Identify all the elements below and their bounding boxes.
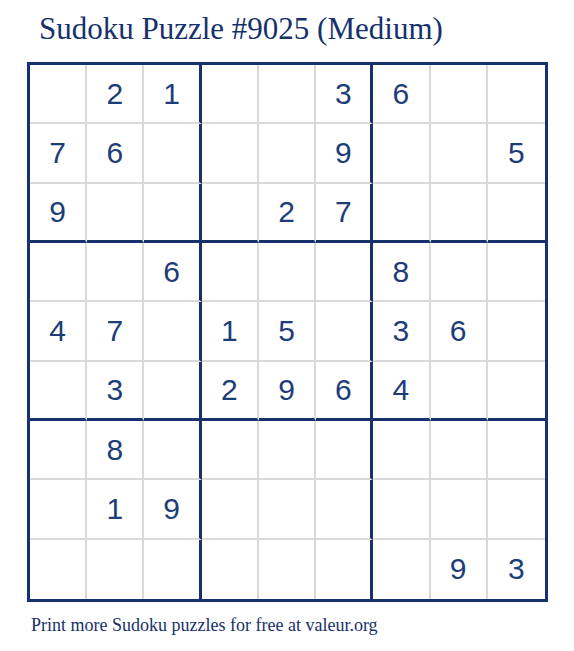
given-digit: 8 <box>393 255 410 289</box>
cell-r4c5[interactable] <box>259 243 316 302</box>
cell-r2c8[interactable] <box>431 124 488 183</box>
cell-r4c4[interactable] <box>202 243 259 302</box>
given-digit: 6 <box>106 136 123 170</box>
cell-r3c7[interactable] <box>373 184 430 243</box>
cell-r9c3[interactable] <box>144 540 201 599</box>
cell-r5c7[interactable]: 3 <box>373 302 430 361</box>
cell-r8c2[interactable]: 1 <box>87 480 144 539</box>
given-digit: 3 <box>393 314 410 348</box>
cell-r8c5[interactable] <box>259 480 316 539</box>
cell-r3c4[interactable] <box>202 184 259 243</box>
cell-r3c8[interactable] <box>431 184 488 243</box>
cell-r6c6[interactable]: 6 <box>316 362 373 421</box>
cell-r3c2[interactable] <box>87 184 144 243</box>
cell-r7c1[interactable] <box>30 421 87 480</box>
sudoku-grid: 21367695927684715363296481993 <box>27 62 548 602</box>
given-digit: 3 <box>335 77 352 111</box>
cell-r1c6[interactable]: 3 <box>316 65 373 124</box>
cell-r2c5[interactable] <box>259 124 316 183</box>
cell-r8c1[interactable] <box>30 480 87 539</box>
given-digit: 6 <box>335 373 352 407</box>
given-digit: 3 <box>508 552 525 586</box>
cell-r1c5[interactable] <box>259 65 316 124</box>
cell-r4c3[interactable]: 6 <box>144 243 201 302</box>
cell-r6c9[interactable] <box>488 362 545 421</box>
given-digit: 9 <box>335 136 352 170</box>
cell-r4c9[interactable] <box>488 243 545 302</box>
cell-r6c5[interactable]: 9 <box>259 362 316 421</box>
cell-r3c1[interactable]: 9 <box>30 184 87 243</box>
given-digit: 1 <box>163 77 180 111</box>
given-digit: 1 <box>221 314 238 348</box>
cell-r9c1[interactable] <box>30 540 87 599</box>
cell-r1c1[interactable] <box>30 65 87 124</box>
cell-r1c2[interactable]: 2 <box>87 65 144 124</box>
cell-r7c9[interactable] <box>488 421 545 480</box>
cell-r6c1[interactable] <box>30 362 87 421</box>
cell-r9c6[interactable] <box>316 540 373 599</box>
cell-r1c9[interactable] <box>488 65 545 124</box>
cell-r5c5[interactable]: 5 <box>259 302 316 361</box>
cell-r8c3[interactable]: 9 <box>144 480 201 539</box>
given-digit: 2 <box>278 195 295 229</box>
cell-r3c9[interactable] <box>488 184 545 243</box>
cell-r6c7[interactable]: 4 <box>373 362 430 421</box>
cell-r1c8[interactable] <box>431 65 488 124</box>
page-title: Sudoku Puzzle #9025 (Medium) <box>39 11 443 47</box>
cell-r4c6[interactable] <box>316 243 373 302</box>
cell-r2c7[interactable] <box>373 124 430 183</box>
cell-r1c7[interactable]: 6 <box>373 65 430 124</box>
cell-r5c9[interactable] <box>488 302 545 361</box>
cell-r9c7[interactable] <box>373 540 430 599</box>
cell-r6c3[interactable] <box>144 362 201 421</box>
cell-r8c9[interactable] <box>488 480 545 539</box>
cell-r8c6[interactable] <box>316 480 373 539</box>
given-digit: 4 <box>393 373 410 407</box>
cell-r9c5[interactable] <box>259 540 316 599</box>
cell-r5c4[interactable]: 1 <box>202 302 259 361</box>
cell-r4c7[interactable]: 8 <box>373 243 430 302</box>
cell-r2c6[interactable]: 9 <box>316 124 373 183</box>
cell-r2c2[interactable]: 6 <box>87 124 144 183</box>
cell-r3c6[interactable]: 7 <box>316 184 373 243</box>
given-digit: 2 <box>221 373 238 407</box>
cell-r9c9[interactable]: 3 <box>488 540 545 599</box>
cell-r2c9[interactable]: 5 <box>488 124 545 183</box>
cell-r5c8[interactable]: 6 <box>431 302 488 361</box>
cell-r5c3[interactable] <box>144 302 201 361</box>
cell-r4c2[interactable] <box>87 243 144 302</box>
cell-r2c3[interactable] <box>144 124 201 183</box>
cell-r3c3[interactable] <box>144 184 201 243</box>
given-digit: 5 <box>508 136 525 170</box>
given-digit: 7 <box>49 136 66 170</box>
cell-r6c2[interactable]: 3 <box>87 362 144 421</box>
cell-r5c1[interactable]: 4 <box>30 302 87 361</box>
cell-r1c4[interactable] <box>202 65 259 124</box>
given-digit: 7 <box>106 314 123 348</box>
given-digit: 6 <box>450 314 467 348</box>
given-digit: 4 <box>49 314 66 348</box>
given-digit: 2 <box>106 77 123 111</box>
given-digit: 9 <box>163 492 180 526</box>
cell-r5c6[interactable] <box>316 302 373 361</box>
footer-text: Print more Sudoku puzzles for free at va… <box>31 615 378 636</box>
cell-r9c4[interactable] <box>202 540 259 599</box>
cell-r8c7[interactable] <box>373 480 430 539</box>
cell-r7c7[interactable] <box>373 421 430 480</box>
cell-r7c4[interactable] <box>202 421 259 480</box>
cell-r9c2[interactable] <box>87 540 144 599</box>
cell-r9c8[interactable]: 9 <box>431 540 488 599</box>
cell-r2c1[interactable]: 7 <box>30 124 87 183</box>
given-digit: 6 <box>163 255 180 289</box>
cell-r6c8[interactable] <box>431 362 488 421</box>
cell-r4c8[interactable] <box>431 243 488 302</box>
cell-r8c4[interactable] <box>202 480 259 539</box>
cell-r7c5[interactable] <box>259 421 316 480</box>
sudoku-page: Sudoku Puzzle #9025 (Medium) 21367695927… <box>0 0 574 651</box>
cell-r7c2[interactable]: 8 <box>87 421 144 480</box>
given-digit: 9 <box>49 195 66 229</box>
cell-r7c3[interactable] <box>144 421 201 480</box>
given-digit: 5 <box>278 314 295 348</box>
cell-r7c8[interactable] <box>431 421 488 480</box>
cell-r7c6[interactable] <box>316 421 373 480</box>
given-digit: 6 <box>393 77 410 111</box>
cell-r5c2[interactable]: 7 <box>87 302 144 361</box>
given-digit: 9 <box>278 373 295 407</box>
cell-r1c3[interactable]: 1 <box>144 65 201 124</box>
cell-r3c5[interactable]: 2 <box>259 184 316 243</box>
cell-r2c4[interactable] <box>202 124 259 183</box>
cell-r6c4[interactable]: 2 <box>202 362 259 421</box>
given-digit: 9 <box>450 552 467 586</box>
given-digit: 8 <box>106 433 123 467</box>
cell-r8c8[interactable] <box>431 480 488 539</box>
cell-r4c1[interactable] <box>30 243 87 302</box>
given-digit: 1 <box>106 492 123 526</box>
given-digit: 7 <box>335 195 352 229</box>
given-digit: 3 <box>106 373 123 407</box>
